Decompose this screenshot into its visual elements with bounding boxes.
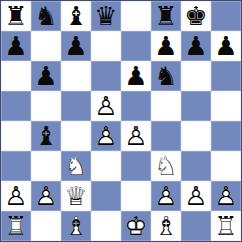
piece-outline-layer: ♗	[151, 211, 181, 241]
square-e2[interactable]	[121, 181, 151, 211]
square-g8[interactable]: ♚	[181, 1, 211, 31]
square-g4[interactable]	[181, 121, 211, 151]
square-d4[interactable]: ♟♙	[91, 121, 121, 151]
square-d6[interactable]	[91, 61, 121, 91]
chess-board-container: ♜♞♝♛♜♚♟♟♟♟♟♟♟♞♟♙♝♟♙♟♙♞♘♞♘♟♙♟♙♛♕♟♙♟♙♟♙♜♖♝…	[0, 0, 242, 242]
square-h4[interactable]	[211, 121, 241, 151]
square-e4[interactable]: ♟♙	[121, 121, 151, 151]
square-d1[interactable]	[91, 211, 121, 241]
square-d8[interactable]: ♛	[91, 1, 121, 31]
square-d7[interactable]	[91, 31, 121, 61]
piece-outline-layer: ♙	[181, 181, 211, 211]
square-g2[interactable]: ♟♙	[181, 181, 211, 211]
white-pawn: ♟♙	[151, 181, 181, 211]
square-h5[interactable]	[211, 91, 241, 121]
square-c7[interactable]: ♟	[61, 31, 91, 61]
square-f3[interactable]: ♞♘	[151, 151, 181, 181]
square-f6[interactable]: ♞	[151, 61, 181, 91]
black-pawn: ♟	[61, 31, 91, 61]
black-knight: ♞	[31, 1, 61, 31]
piece-outline-layer: ♖	[1, 211, 31, 241]
piece-outline-layer: ♗	[61, 211, 91, 241]
black-queen: ♛	[91, 1, 121, 31]
square-b3[interactable]	[31, 151, 61, 181]
square-a8[interactable]: ♜	[1, 1, 31, 31]
square-e7[interactable]	[121, 31, 151, 61]
square-g7[interactable]: ♟	[181, 31, 211, 61]
square-g6[interactable]	[181, 61, 211, 91]
piece-outline-layer: ♙	[91, 91, 121, 121]
piece-solid-layer: ♟	[151, 31, 181, 61]
square-a2[interactable]: ♟♙	[1, 181, 31, 211]
square-h1[interactable]: ♜♖	[211, 211, 241, 241]
square-c2[interactable]: ♛♕	[61, 181, 91, 211]
white-king: ♚♔	[121, 211, 151, 241]
black-rook: ♜	[1, 1, 31, 31]
piece-outline-layer: ♙	[31, 181, 61, 211]
piece-solid-layer: ♟	[1, 31, 31, 61]
square-a3[interactable]	[1, 151, 31, 181]
chess-board: ♜♞♝♛♜♚♟♟♟♟♟♟♟♞♟♙♝♟♙♟♙♞♘♞♘♟♙♟♙♛♕♟♙♟♙♟♙♜♖♝…	[0, 0, 242, 242]
square-b7[interactable]	[31, 31, 61, 61]
square-c4[interactable]	[61, 121, 91, 151]
piece-outline-layer: ♖	[211, 211, 241, 241]
square-b8[interactable]: ♞	[31, 1, 61, 31]
black-rook: ♜	[151, 1, 181, 31]
piece-solid-layer: ♟	[211, 31, 241, 61]
piece-solid-layer: ♝	[61, 1, 91, 31]
square-f7[interactable]: ♟	[151, 31, 181, 61]
square-a7[interactable]: ♟	[1, 31, 31, 61]
square-f5[interactable]	[151, 91, 181, 121]
piece-solid-layer: ♟	[31, 61, 61, 91]
piece-solid-layer: ♜	[1, 1, 31, 31]
black-pawn: ♟	[121, 61, 151, 91]
square-c6[interactable]	[61, 61, 91, 91]
square-b6[interactable]: ♟	[31, 61, 61, 91]
piece-solid-layer: ♚	[181, 1, 211, 31]
square-f8[interactable]: ♜	[151, 1, 181, 31]
square-a6[interactable]	[1, 61, 31, 91]
square-c1[interactable]: ♝♗	[61, 211, 91, 241]
square-a1[interactable]: ♜♖	[1, 211, 31, 241]
white-pawn: ♟♙	[1, 181, 31, 211]
black-pawn: ♟	[151, 31, 181, 61]
white-pawn: ♟♙	[91, 121, 121, 151]
square-b5[interactable]	[31, 91, 61, 121]
square-h2[interactable]: ♟♙	[211, 181, 241, 211]
square-e5[interactable]	[121, 91, 151, 121]
square-f4[interactable]	[151, 121, 181, 151]
square-e3[interactable]	[121, 151, 151, 181]
piece-outline-layer: ♙	[151, 181, 181, 211]
square-h8[interactable]	[211, 1, 241, 31]
piece-solid-layer: ♝	[31, 121, 61, 151]
square-f2[interactable]: ♟♙	[151, 181, 181, 211]
piece-outline-layer: ♘	[151, 151, 181, 181]
white-rook: ♜♖	[211, 211, 241, 241]
square-b2[interactable]: ♟♙	[31, 181, 61, 211]
piece-solid-layer: ♜	[151, 1, 181, 31]
square-c8[interactable]: ♝	[61, 1, 91, 31]
piece-outline-layer: ♙	[1, 181, 31, 211]
black-bishop: ♝	[61, 1, 91, 31]
square-a5[interactable]	[1, 91, 31, 121]
square-c3[interactable]: ♞♘	[61, 151, 91, 181]
piece-solid-layer: ♞	[31, 1, 61, 31]
black-king: ♚	[181, 1, 211, 31]
white-knight: ♞♘	[61, 151, 91, 181]
square-b4[interactable]: ♝	[31, 121, 61, 151]
square-a4[interactable]	[1, 121, 31, 151]
black-pawn: ♟	[211, 31, 241, 61]
piece-outline-layer: ♕	[61, 181, 91, 211]
white-bishop: ♝♗	[61, 211, 91, 241]
square-g1[interactable]	[181, 211, 211, 241]
piece-solid-layer: ♟	[61, 31, 91, 61]
square-g5[interactable]	[181, 91, 211, 121]
square-g3[interactable]	[181, 151, 211, 181]
square-h3[interactable]	[211, 151, 241, 181]
piece-solid-layer: ♛	[91, 1, 121, 31]
piece-outline-layer: ♔	[121, 211, 151, 241]
white-rook: ♜♖	[1, 211, 31, 241]
white-knight: ♞♘	[151, 151, 181, 181]
square-e1[interactable]: ♚♔	[121, 211, 151, 241]
white-bishop: ♝♗	[151, 211, 181, 241]
white-pawn: ♟♙	[91, 91, 121, 121]
square-h7[interactable]: ♟	[211, 31, 241, 61]
black-pawn: ♟	[181, 31, 211, 61]
piece-outline-layer: ♘	[61, 151, 91, 181]
black-knight: ♞	[151, 61, 181, 91]
white-pawn: ♟♙	[121, 121, 151, 151]
square-b1[interactable]	[31, 211, 61, 241]
square-d5[interactable]: ♟♙	[91, 91, 121, 121]
white-queen: ♛♕	[61, 181, 91, 211]
black-pawn: ♟	[31, 61, 61, 91]
black-bishop: ♝	[31, 121, 61, 151]
piece-solid-layer: ♟	[181, 31, 211, 61]
square-h6[interactable]	[211, 61, 241, 91]
square-e8[interactable]	[121, 1, 151, 31]
square-e6[interactable]: ♟	[121, 61, 151, 91]
piece-outline-layer: ♙	[91, 121, 121, 151]
square-d2[interactable]	[91, 181, 121, 211]
square-c5[interactable]	[61, 91, 91, 121]
piece-solid-layer: ♟	[121, 61, 151, 91]
white-pawn: ♟♙	[181, 181, 211, 211]
piece-solid-layer: ♞	[151, 61, 181, 91]
piece-outline-layer: ♙	[121, 121, 151, 151]
square-d3[interactable]	[91, 151, 121, 181]
white-pawn: ♟♙	[211, 181, 241, 211]
square-f1[interactable]: ♝♗	[151, 211, 181, 241]
black-pawn: ♟	[1, 31, 31, 61]
white-pawn: ♟♙	[31, 181, 61, 211]
piece-outline-layer: ♙	[211, 181, 241, 211]
